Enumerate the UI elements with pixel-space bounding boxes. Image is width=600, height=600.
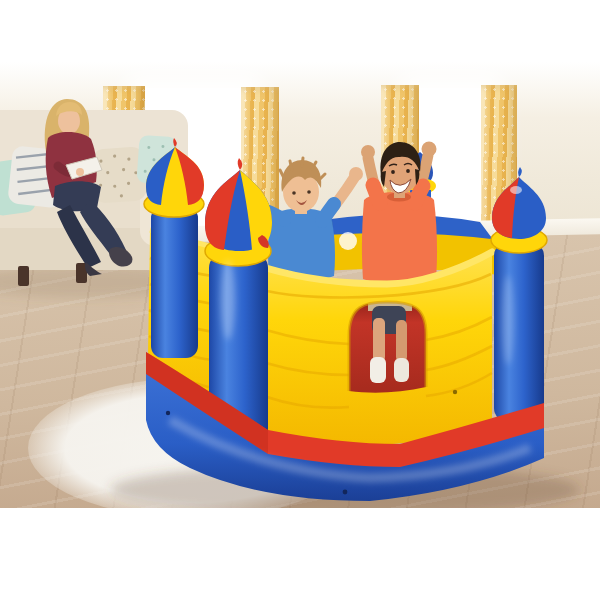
boy-orange-sleeve <box>415 186 423 203</box>
photo-canvas <box>0 0 600 600</box>
child-leg <box>373 318 385 362</box>
boy-blue-sleeve <box>322 204 334 221</box>
tower-back-left <box>144 138 204 358</box>
tower-s-tip <box>238 158 243 170</box>
base-valve <box>166 411 170 415</box>
white-margin-bottom <box>0 508 600 600</box>
boy-orange-right-fist <box>422 142 437 157</box>
tower-e-column <box>494 242 544 422</box>
boy-orange-sleeve <box>373 185 380 203</box>
tower-e-tip <box>518 167 522 177</box>
child-sock <box>394 358 409 382</box>
boy-blue-eye <box>292 191 296 195</box>
child-leg <box>396 320 407 362</box>
child-sock <box>370 357 386 383</box>
tower-front-right <box>491 167 547 422</box>
photo-area <box>0 0 600 508</box>
boy-orange-eye <box>406 169 410 173</box>
inner-wall-window-circle <box>339 232 357 250</box>
valve-dot <box>453 390 457 394</box>
boy-orange-shirt <box>361 142 437 286</box>
base-valve-2 <box>343 490 348 495</box>
scene-drawing <box>0 0 600 508</box>
tower-e-highlight <box>502 275 514 365</box>
tower-e-dome-highlight <box>510 186 522 194</box>
woman-hand <box>76 168 84 176</box>
boy-blue-eye <box>307 190 311 194</box>
tower-s-highlight <box>221 260 235 340</box>
sofa-leg <box>18 266 29 286</box>
tower-w-column <box>151 206 198 358</box>
boy-orange-eye <box>391 170 395 174</box>
door-interior <box>344 298 432 396</box>
boy-blue-fist <box>349 167 363 181</box>
boy-orange-left-fist <box>361 145 375 159</box>
